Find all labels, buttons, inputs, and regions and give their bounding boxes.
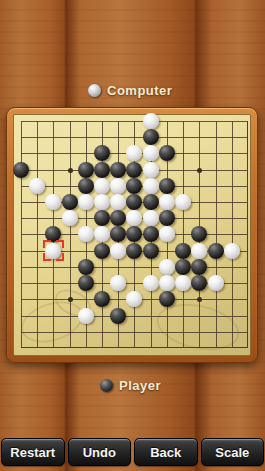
white-stone bbox=[78, 226, 94, 242]
star-point bbox=[197, 297, 202, 302]
white-stone bbox=[143, 113, 159, 129]
black-stone bbox=[94, 243, 110, 259]
white-stone bbox=[110, 243, 126, 259]
white-stone bbox=[143, 275, 159, 291]
white-stone bbox=[159, 226, 175, 242]
computer-stone-icon bbox=[88, 84, 101, 97]
white-stone bbox=[159, 194, 175, 210]
black-stone bbox=[94, 291, 110, 307]
white-stone bbox=[175, 275, 191, 291]
back-button[interactable]: Back bbox=[134, 438, 198, 466]
black-stone bbox=[94, 162, 110, 178]
app-screen: Computer Player Restart Undo Back Scale bbox=[0, 0, 265, 471]
star-point bbox=[68, 168, 73, 173]
white-stone bbox=[45, 194, 61, 210]
black-stone bbox=[143, 243, 159, 259]
black-stone bbox=[78, 178, 94, 194]
black-stone bbox=[143, 129, 159, 145]
black-stone bbox=[191, 226, 207, 242]
white-stone bbox=[143, 145, 159, 161]
black-stone bbox=[143, 194, 159, 210]
white-stone bbox=[159, 275, 175, 291]
white-stone bbox=[126, 145, 142, 161]
black-stone bbox=[126, 178, 142, 194]
black-stone bbox=[143, 226, 159, 242]
black-stone bbox=[126, 226, 142, 242]
black-stone bbox=[110, 226, 126, 242]
black-stone bbox=[126, 194, 142, 210]
black-stone bbox=[110, 162, 126, 178]
white-stone bbox=[94, 226, 110, 242]
white-stone bbox=[126, 210, 142, 226]
black-stone bbox=[126, 243, 142, 259]
board-frame bbox=[6, 107, 258, 363]
computer-label: Computer bbox=[88, 83, 172, 98]
white-stone bbox=[110, 275, 126, 291]
restart-button[interactable]: Restart bbox=[1, 438, 65, 466]
white-stone bbox=[143, 178, 159, 194]
black-stone bbox=[62, 194, 78, 210]
white-stone bbox=[29, 178, 45, 194]
star-point bbox=[68, 297, 73, 302]
gomoku-board[interactable] bbox=[21, 121, 248, 348]
white-stone bbox=[62, 210, 78, 226]
white-stone bbox=[159, 259, 175, 275]
last-move-marker bbox=[43, 240, 64, 261]
black-stone bbox=[94, 210, 110, 226]
black-stone bbox=[78, 259, 94, 275]
black-stone bbox=[208, 243, 224, 259]
white-stone bbox=[143, 210, 159, 226]
player-label: Player bbox=[100, 378, 161, 393]
black-stone bbox=[159, 178, 175, 194]
white-stone bbox=[110, 194, 126, 210]
white-stone bbox=[175, 194, 191, 210]
white-stone bbox=[78, 194, 94, 210]
black-stone bbox=[191, 259, 207, 275]
white-stone bbox=[143, 162, 159, 178]
black-stone bbox=[78, 162, 94, 178]
white-stone bbox=[110, 178, 126, 194]
white-stone bbox=[78, 308, 94, 324]
black-stone bbox=[94, 145, 110, 161]
player-label-text: Player bbox=[119, 378, 161, 393]
white-stone bbox=[191, 243, 207, 259]
white-stone bbox=[224, 243, 240, 259]
toolbar: Restart Undo Back Scale bbox=[1, 438, 264, 466]
computer-label-text: Computer bbox=[107, 83, 172, 98]
player-stone-icon bbox=[100, 379, 113, 392]
black-stone bbox=[159, 291, 175, 307]
white-stone bbox=[208, 275, 224, 291]
undo-button[interactable]: Undo bbox=[68, 438, 132, 466]
white-stone bbox=[94, 178, 110, 194]
black-stone bbox=[159, 210, 175, 226]
black-stone bbox=[126, 162, 142, 178]
black-stone bbox=[191, 275, 207, 291]
black-stone bbox=[175, 243, 191, 259]
black-stone bbox=[175, 259, 191, 275]
white-stone bbox=[126, 291, 142, 307]
black-stone bbox=[13, 162, 29, 178]
black-stone bbox=[110, 308, 126, 324]
black-stone bbox=[78, 275, 94, 291]
scale-button[interactable]: Scale bbox=[201, 438, 265, 466]
black-stone bbox=[110, 210, 126, 226]
star-point bbox=[197, 168, 202, 173]
black-stone bbox=[159, 145, 175, 161]
white-stone bbox=[94, 194, 110, 210]
